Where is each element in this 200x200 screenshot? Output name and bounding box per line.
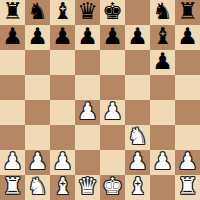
square-h5[interactable] — [175, 75, 200, 100]
square-f6[interactable] — [125, 50, 150, 75]
square-c3[interactable] — [50, 125, 75, 150]
white-rook[interactable]: ♜ — [177, 174, 198, 199]
white-pawn[interactable]: ♟ — [127, 149, 148, 174]
square-f4[interactable] — [125, 100, 150, 125]
black-pawn[interactable]: ♟ — [177, 24, 198, 49]
white-knight[interactable]: ♞ — [27, 174, 48, 199]
square-e8[interactable]: ♚ — [100, 0, 125, 25]
white-bishop[interactable]: ♝ — [127, 174, 148, 199]
black-king[interactable]: ♚ — [102, 0, 123, 24]
black-knight[interactable]: ♞ — [27, 0, 48, 24]
square-g4[interactable] — [150, 100, 175, 125]
square-d4[interactable]: ♟ — [75, 100, 100, 125]
square-h1[interactable]: ♜ — [175, 175, 200, 200]
square-d7[interactable]: ♟ — [75, 25, 100, 50]
square-h3[interactable] — [175, 125, 200, 150]
black-rook[interactable]: ♜ — [177, 0, 198, 24]
square-h7[interactable]: ♟ — [175, 25, 200, 50]
square-f2[interactable]: ♟ — [125, 150, 150, 175]
square-b6[interactable] — [25, 50, 50, 75]
square-f1[interactable]: ♝ — [125, 175, 150, 200]
square-c4[interactable] — [50, 100, 75, 125]
black-pawn[interactable]: ♟ — [52, 24, 73, 49]
white-pawn[interactable]: ♟ — [27, 149, 48, 174]
square-a2[interactable]: ♟ — [0, 150, 25, 175]
square-a8[interactable]: ♜ — [0, 0, 25, 25]
square-d5[interactable] — [75, 75, 100, 100]
square-h2[interactable]: ♟ — [175, 150, 200, 175]
square-c7[interactable]: ♟ — [50, 25, 75, 50]
square-f5[interactable] — [125, 75, 150, 100]
square-c2[interactable]: ♟ — [50, 150, 75, 175]
black-pawn[interactable]: ♟ — [2, 24, 23, 49]
black-bishop[interactable]: ♝ — [152, 24, 173, 49]
black-knight[interactable]: ♞ — [152, 0, 173, 24]
square-h6[interactable] — [175, 50, 200, 75]
square-d1[interactable]: ♛ — [75, 175, 100, 200]
black-bishop[interactable]: ♝ — [52, 0, 73, 24]
square-b5[interactable] — [25, 75, 50, 100]
white-rook[interactable]: ♜ — [2, 174, 23, 199]
square-b2[interactable]: ♟ — [25, 150, 50, 175]
square-g7[interactable]: ♝ — [150, 25, 175, 50]
square-a4[interactable] — [0, 100, 25, 125]
white-pawn[interactable]: ♟ — [177, 149, 198, 174]
black-queen[interactable]: ♛ — [77, 0, 98, 24]
square-c8[interactable]: ♝ — [50, 0, 75, 25]
square-d6[interactable] — [75, 50, 100, 75]
square-e7[interactable]: ♟ — [100, 25, 125, 50]
white-pawn[interactable]: ♟ — [152, 149, 173, 174]
square-f3[interactable]: ♞ — [125, 125, 150, 150]
white-knight[interactable]: ♞ — [127, 124, 148, 149]
square-a6[interactable] — [0, 50, 25, 75]
square-g3[interactable] — [150, 125, 175, 150]
square-h8[interactable]: ♜ — [175, 0, 200, 25]
square-d3[interactable] — [75, 125, 100, 150]
square-h4[interactable] — [175, 100, 200, 125]
square-a3[interactable] — [0, 125, 25, 150]
square-g5[interactable] — [150, 75, 175, 100]
square-e1[interactable]: ♚ — [100, 175, 125, 200]
square-g2[interactable]: ♟ — [150, 150, 175, 175]
white-king[interactable]: ♚ — [102, 174, 123, 199]
square-b7[interactable]: ♟ — [25, 25, 50, 50]
white-bishop[interactable]: ♝ — [52, 174, 73, 199]
black-pawn[interactable]: ♟ — [102, 24, 123, 49]
black-pawn[interactable]: ♟ — [152, 49, 173, 74]
square-a1[interactable]: ♜ — [0, 175, 25, 200]
square-b4[interactable] — [25, 100, 50, 125]
square-c6[interactable] — [50, 50, 75, 75]
square-a5[interactable] — [0, 75, 25, 100]
square-e3[interactable] — [100, 125, 125, 150]
white-pawn[interactable]: ♟ — [52, 149, 73, 174]
chess-board: ♜♞♝♛♚♞♜♟♟♟♟♟♟♝♟♟♟♟♞♟♟♟♟♟♟♜♞♝♛♚♝♜ — [0, 0, 200, 200]
square-b3[interactable] — [25, 125, 50, 150]
square-e2[interactable] — [100, 150, 125, 175]
square-e6[interactable] — [100, 50, 125, 75]
square-f8[interactable] — [125, 0, 150, 25]
square-g1[interactable] — [150, 175, 175, 200]
square-g6[interactable]: ♟ — [150, 50, 175, 75]
square-g8[interactable]: ♞ — [150, 0, 175, 25]
square-a7[interactable]: ♟ — [0, 25, 25, 50]
black-rook[interactable]: ♜ — [2, 0, 23, 24]
square-d8[interactable]: ♛ — [75, 0, 100, 25]
square-f7[interactable]: ♟ — [125, 25, 150, 50]
square-c5[interactable] — [50, 75, 75, 100]
square-c1[interactable]: ♝ — [50, 175, 75, 200]
white-queen[interactable]: ♛ — [77, 174, 98, 199]
black-pawn[interactable]: ♟ — [77, 24, 98, 49]
square-e5[interactable] — [100, 75, 125, 100]
white-pawn[interactable]: ♟ — [2, 149, 23, 174]
square-e4[interactable]: ♟ — [100, 100, 125, 125]
white-pawn[interactable]: ♟ — [102, 99, 123, 124]
square-b1[interactable]: ♞ — [25, 175, 50, 200]
black-pawn[interactable]: ♟ — [127, 24, 148, 49]
square-b8[interactable]: ♞ — [25, 0, 50, 25]
black-pawn[interactable]: ♟ — [27, 24, 48, 49]
square-d2[interactable] — [75, 150, 100, 175]
white-pawn[interactable]: ♟ — [77, 99, 98, 124]
